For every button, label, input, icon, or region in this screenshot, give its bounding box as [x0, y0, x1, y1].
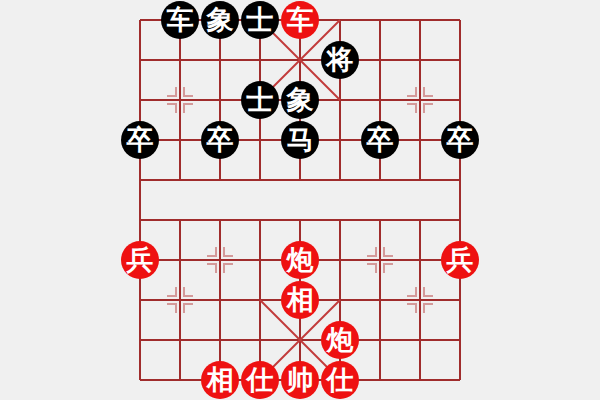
board-point-2-4[interactable]: [200, 160, 240, 200]
board-point-4-9[interactable]: 帅: [280, 360, 320, 400]
board-point-0-0[interactable]: [120, 0, 160, 40]
piece-black-general[interactable]: 将: [321, 41, 359, 79]
board-point-2-6[interactable]: [200, 240, 240, 280]
board-point-5-6[interactable]: [320, 240, 360, 280]
board-point-0-3[interactable]: 卒: [120, 120, 160, 160]
board-point-3-5[interactable]: [240, 200, 280, 240]
board-point-1-9[interactable]: [160, 360, 200, 400]
board-point-6-2[interactable]: [360, 80, 400, 120]
piece-black-advisor[interactable]: 士: [241, 1, 279, 39]
board-point-6-6[interactable]: [360, 240, 400, 280]
board-point-0-9[interactable]: [120, 360, 160, 400]
piece-red-soldier[interactable]: 兵: [121, 241, 159, 279]
piece-red-chariot[interactable]: 车: [281, 1, 319, 39]
board-point-6-5[interactable]: [360, 200, 400, 240]
board-point-3-1[interactable]: [240, 40, 280, 80]
board-point-8-1[interactable]: [440, 40, 480, 80]
board-point-4-5[interactable]: [280, 200, 320, 240]
board-point-7-9[interactable]: [400, 360, 440, 400]
board-point-1-3[interactable]: [160, 120, 200, 160]
board-point-5-4[interactable]: [320, 160, 360, 200]
board-point-6-4[interactable]: [360, 160, 400, 200]
board-point-7-1[interactable]: [400, 40, 440, 80]
board-point-8-8[interactable]: [440, 320, 480, 360]
board-point-4-0[interactable]: 车: [280, 0, 320, 40]
board-point-5-9[interactable]: 仕: [320, 360, 360, 400]
board-point-5-1[interactable]: 将: [320, 40, 360, 80]
board-point-5-2[interactable]: [320, 80, 360, 120]
board-point-8-3[interactable]: 卒: [440, 120, 480, 160]
board-point-1-6[interactable]: [160, 240, 200, 280]
board-point-3-8[interactable]: [240, 320, 280, 360]
board-point-4-1[interactable]: [280, 40, 320, 80]
piece-black-advisor[interactable]: 士: [241, 81, 279, 119]
board-point-4-3[interactable]: 马: [280, 120, 320, 160]
board-point-7-8[interactable]: [400, 320, 440, 360]
board-point-2-0[interactable]: 象: [200, 0, 240, 40]
piece-red-elephant[interactable]: 相: [281, 281, 319, 319]
board-point-1-5[interactable]: [160, 200, 200, 240]
xiangqi-board: 车象士车将士象卒卒马卒卒兵炮兵相炮相仕帅仕: [0, 0, 600, 400]
board-point-6-3[interactable]: 卒: [360, 120, 400, 160]
board-point-1-4[interactable]: [160, 160, 200, 200]
board-point-3-4[interactable]: [240, 160, 280, 200]
board-point-8-0[interactable]: [440, 0, 480, 40]
board-point-6-9[interactable]: [360, 360, 400, 400]
board-point-2-7[interactable]: [200, 280, 240, 320]
board-point-2-8[interactable]: [200, 320, 240, 360]
board-point-7-7[interactable]: [400, 280, 440, 320]
board-point-0-2[interactable]: [120, 80, 160, 120]
board-point-5-0[interactable]: [320, 0, 360, 40]
board-point-3-7[interactable]: [240, 280, 280, 320]
board-point-3-6[interactable]: [240, 240, 280, 280]
board-point-8-7[interactable]: [440, 280, 480, 320]
board-point-7-2[interactable]: [400, 80, 440, 120]
board-point-1-0[interactable]: 车: [160, 0, 200, 40]
piece-black-soldier[interactable]: 卒: [121, 121, 159, 159]
piece-red-advisor[interactable]: 仕: [321, 361, 359, 399]
piece-black-horse[interactable]: 马: [281, 121, 319, 159]
board-point-7-4[interactable]: [400, 160, 440, 200]
board-point-6-0[interactable]: [360, 0, 400, 40]
piece-red-soldier[interactable]: 兵: [441, 241, 479, 279]
board-point-8-9[interactable]: [440, 360, 480, 400]
board-point-2-1[interactable]: [200, 40, 240, 80]
board-point-8-5[interactable]: [440, 200, 480, 240]
board-point-7-6[interactable]: [400, 240, 440, 280]
board-point-0-1[interactable]: [120, 40, 160, 80]
board-point-2-5[interactable]: [200, 200, 240, 240]
board-point-0-4[interactable]: [120, 160, 160, 200]
board-point-0-5[interactable]: [120, 200, 160, 240]
board-point-4-4[interactable]: [280, 160, 320, 200]
board-point-1-7[interactable]: [160, 280, 200, 320]
board-point-6-1[interactable]: [360, 40, 400, 80]
board-point-8-4[interactable]: [440, 160, 480, 200]
board-point-8-2[interactable]: [440, 80, 480, 120]
board-grid: 车象士车将士象卒卒马卒卒兵炮兵相炮相仕帅仕: [120, 0, 480, 400]
board-point-4-6[interactable]: 炮: [280, 240, 320, 280]
board-point-8-6[interactable]: 兵: [440, 240, 480, 280]
board-point-6-7[interactable]: [360, 280, 400, 320]
board-point-4-8[interactable]: [280, 320, 320, 360]
board-point-3-0[interactable]: 士: [240, 0, 280, 40]
board-point-5-5[interactable]: [320, 200, 360, 240]
piece-red-cannon[interactable]: 炮: [281, 241, 319, 279]
board-point-3-2[interactable]: 士: [240, 80, 280, 120]
piece-black-elephant[interactable]: 象: [201, 1, 239, 39]
piece-red-general[interactable]: 帅: [281, 361, 319, 399]
piece-red-advisor[interactable]: 仕: [241, 361, 279, 399]
board-point-4-7[interactable]: 相: [280, 280, 320, 320]
board-point-6-8[interactable]: [360, 320, 400, 360]
piece-black-soldier[interactable]: 卒: [201, 121, 239, 159]
board-point-7-5[interactable]: [400, 200, 440, 240]
board-point-3-9[interactable]: 仕: [240, 360, 280, 400]
board-point-2-2[interactable]: [200, 80, 240, 120]
board-point-4-2[interactable]: 象: [280, 80, 320, 120]
board-point-0-7[interactable]: [120, 280, 160, 320]
board-point-2-3[interactable]: 卒: [200, 120, 240, 160]
piece-red-cannon[interactable]: 炮: [321, 321, 359, 359]
piece-red-elephant[interactable]: 相: [201, 361, 239, 399]
board-point-0-8[interactable]: [120, 320, 160, 360]
board-point-7-3[interactable]: [400, 120, 440, 160]
piece-black-soldier[interactable]: 卒: [441, 121, 479, 159]
piece-black-elephant[interactable]: 象: [281, 81, 319, 119]
piece-black-soldier[interactable]: 卒: [361, 121, 399, 159]
board-point-1-2[interactable]: [160, 80, 200, 120]
board-point-3-3[interactable]: [240, 120, 280, 160]
board-point-1-8[interactable]: [160, 320, 200, 360]
board-point-2-9[interactable]: 相: [200, 360, 240, 400]
board-point-5-8[interactable]: 炮: [320, 320, 360, 360]
board-point-1-1[interactable]: [160, 40, 200, 80]
board-point-5-7[interactable]: [320, 280, 360, 320]
board-point-0-6[interactable]: 兵: [120, 240, 160, 280]
board-point-5-3[interactable]: [320, 120, 360, 160]
piece-black-chariot[interactable]: 车: [161, 1, 199, 39]
board-point-7-0[interactable]: [400, 0, 440, 40]
